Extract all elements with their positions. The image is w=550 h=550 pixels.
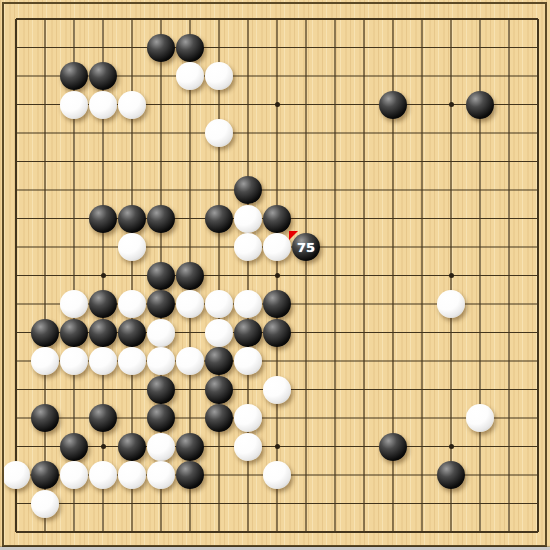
stone-white[interactable] <box>234 433 262 461</box>
stone-white[interactable] <box>60 290 88 318</box>
star-point <box>449 444 454 449</box>
stone-black[interactable] <box>176 461 204 489</box>
stone-white[interactable] <box>2 461 30 489</box>
stone-black[interactable] <box>118 205 146 233</box>
stone-black[interactable] <box>89 290 117 318</box>
stone-black[interactable] <box>234 319 262 347</box>
stone-black[interactable] <box>147 290 175 318</box>
stone-black[interactable] <box>437 461 465 489</box>
stone-black[interactable] <box>205 404 233 432</box>
star-point <box>101 273 106 278</box>
star-point <box>101 444 106 449</box>
stone-black[interactable] <box>118 433 146 461</box>
stone-black[interactable] <box>263 205 291 233</box>
stone-white[interactable] <box>60 461 88 489</box>
stone-white[interactable] <box>234 404 262 432</box>
stone-black[interactable] <box>466 91 494 119</box>
stone-white[interactable] <box>466 404 494 432</box>
stone-black[interactable] <box>31 461 59 489</box>
stone-white[interactable] <box>89 461 117 489</box>
stone-black[interactable] <box>147 34 175 62</box>
stone-black[interactable] <box>60 62 88 90</box>
stone-white[interactable] <box>147 319 175 347</box>
go-board[interactable]: 75 <box>0 0 550 550</box>
stone-white[interactable] <box>60 347 88 375</box>
stone-black[interactable] <box>89 404 117 432</box>
stone-black[interactable] <box>147 262 175 290</box>
stone-white[interactable] <box>234 205 262 233</box>
stone-white[interactable] <box>176 290 204 318</box>
star-point <box>275 444 280 449</box>
star-point <box>449 273 454 278</box>
stone-black[interactable] <box>205 376 233 404</box>
stone-white[interactable] <box>176 347 204 375</box>
stone-white[interactable] <box>205 62 233 90</box>
stone-white[interactable] <box>234 233 262 261</box>
stone-white[interactable] <box>205 119 233 147</box>
stone-white[interactable] <box>205 290 233 318</box>
stone-white[interactable] <box>118 233 146 261</box>
star-point <box>275 273 280 278</box>
stone-black[interactable] <box>31 319 59 347</box>
stone-white[interactable] <box>60 91 88 119</box>
stone-black[interactable] <box>205 347 233 375</box>
stone-white[interactable] <box>118 347 146 375</box>
stone-white[interactable] <box>118 91 146 119</box>
stone-black[interactable] <box>379 433 407 461</box>
stone-white[interactable] <box>176 62 204 90</box>
stone-white[interactable] <box>263 461 291 489</box>
star-point <box>275 102 280 107</box>
stone-white[interactable] <box>118 461 146 489</box>
stone-white[interactable] <box>31 347 59 375</box>
stone-white[interactable] <box>263 376 291 404</box>
stone-white[interactable] <box>89 91 117 119</box>
stone-white[interactable] <box>234 290 262 318</box>
stone-black[interactable] <box>60 433 88 461</box>
stone-black[interactable] <box>205 205 233 233</box>
stone-black[interactable] <box>89 205 117 233</box>
stone-black[interactable] <box>31 404 59 432</box>
stone-black[interactable] <box>147 376 175 404</box>
stone-white[interactable] <box>205 319 233 347</box>
stone-white[interactable] <box>263 233 291 261</box>
stone-white[interactable] <box>147 461 175 489</box>
stone-white[interactable] <box>118 290 146 318</box>
stone-black[interactable] <box>234 176 262 204</box>
stone-white[interactable] <box>147 433 175 461</box>
stone-black[interactable] <box>89 62 117 90</box>
stone-white[interactable] <box>234 347 262 375</box>
stone-white[interactable] <box>147 347 175 375</box>
stone-black[interactable] <box>379 91 407 119</box>
star-point <box>449 102 454 107</box>
stone-black[interactable] <box>176 262 204 290</box>
stone-black[interactable] <box>176 433 204 461</box>
stone-black[interactable] <box>60 319 88 347</box>
stone-white[interactable] <box>437 290 465 318</box>
stone-black[interactable] <box>147 404 175 432</box>
stone-black[interactable] <box>263 319 291 347</box>
stone-black[interactable] <box>118 319 146 347</box>
stone-white[interactable] <box>89 347 117 375</box>
stone-black[interactable] <box>292 233 320 261</box>
stone-black[interactable] <box>176 34 204 62</box>
stone-black[interactable] <box>89 319 117 347</box>
stone-white[interactable] <box>31 490 59 518</box>
stone-black[interactable] <box>263 290 291 318</box>
stone-black[interactable] <box>147 205 175 233</box>
